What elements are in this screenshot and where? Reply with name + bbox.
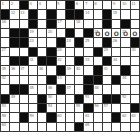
black-cell [94, 66, 102, 74]
white-cell[interactable]: 30 [131, 48, 139, 56]
white-cell[interactable] [84, 20, 92, 28]
black-cell [112, 76, 120, 84]
black-cell [47, 20, 55, 28]
white-cell[interactable] [112, 20, 120, 28]
black-cell [121, 66, 129, 74]
white-cell[interactable]: 29 [103, 48, 111, 56]
white-cell[interactable] [131, 20, 139, 28]
clue-number: 18 [76, 19, 80, 24]
white-cell[interactable]: O [112, 29, 120, 37]
white-cell[interactable]: 26 [112, 38, 120, 46]
white-cell[interactable] [10, 20, 18, 28]
clue-number: 9 [113, 1, 115, 6]
white-cell[interactable]: 9 [112, 1, 120, 9]
white-cell[interactable]: 24 [66, 38, 74, 46]
black-cell [38, 95, 46, 103]
white-cell[interactable] [29, 95, 37, 103]
black-cell [103, 10, 111, 18]
white-cell[interactable] [29, 123, 37, 131]
white-cell[interactable]: 18 [75, 20, 83, 28]
white-cell[interactable]: 1 [1, 1, 9, 9]
clue-number: 31 [29, 57, 33, 62]
white-cell[interactable] [38, 113, 46, 121]
white-cell[interactable]: O [131, 29, 139, 37]
white-cell[interactable] [10, 113, 18, 121]
white-cell[interactable]: 47 [66, 85, 74, 93]
black-cell [57, 66, 65, 74]
white-cell[interactable] [131, 123, 139, 131]
black-cell [20, 38, 28, 46]
clue-number: 29 [103, 47, 107, 52]
clue-number: 19 [29, 29, 33, 34]
white-cell[interactable] [38, 76, 46, 84]
white-cell[interactable]: 28 [57, 48, 65, 56]
clue-number: 4 [39, 1, 41, 6]
clue-number: 54 [48, 103, 52, 108]
white-cell[interactable] [38, 123, 46, 131]
clue-number: 63 [131, 113, 135, 118]
clue-number: 6 [76, 1, 78, 6]
white-cell[interactable]: 31 [29, 57, 37, 65]
black-cell [47, 57, 55, 65]
clue-number: 65 [85, 122, 89, 127]
clue-number: 51 [85, 94, 89, 99]
white-cell[interactable]: 44 [121, 76, 129, 84]
black-cell [84, 104, 92, 112]
white-cell[interactable] [38, 48, 46, 56]
clue-number: 11 [131, 1, 135, 6]
black-cell [20, 29, 28, 37]
white-cell[interactable]: 35 [1, 66, 9, 74]
clue-number: 23 [29, 38, 33, 43]
white-cell[interactable] [20, 123, 28, 131]
white-cell[interactable] [94, 95, 102, 103]
black-cell [103, 95, 111, 103]
white-cell[interactable] [1, 85, 9, 93]
white-cell[interactable] [66, 20, 74, 28]
filled-letter: O [121, 30, 129, 37]
white-cell[interactable]: 27 [1, 48, 9, 56]
white-cell[interactable]: 53 [1, 104, 9, 112]
clue-number: 62 [122, 113, 126, 118]
white-cell[interactable]: 6 [75, 1, 83, 9]
clue-number: 53 [2, 103, 6, 108]
white-cell[interactable]: 23 [29, 38, 37, 46]
black-cell [75, 123, 83, 131]
clue-number: 24 [66, 38, 70, 43]
black-cell [84, 29, 92, 37]
clue-number: 46 [48, 85, 52, 90]
white-cell[interactable] [47, 38, 55, 46]
white-cell[interactable] [121, 85, 129, 93]
white-cell[interactable] [131, 85, 139, 93]
white-cell[interactable] [94, 20, 102, 28]
white-cell[interactable]: 61 [84, 113, 92, 121]
clue-number: 59 [29, 113, 33, 118]
white-cell[interactable] [84, 48, 92, 56]
filled-letter: O [131, 30, 139, 37]
clue-number: 43 [57, 75, 61, 80]
black-cell [57, 85, 65, 93]
white-cell[interactable] [57, 29, 65, 37]
black-cell [131, 38, 139, 46]
clue-number: 17 [57, 19, 61, 24]
white-cell[interactable]: 37 [20, 66, 28, 74]
white-cell[interactable]: 60 [57, 113, 65, 121]
clue-number: 37 [20, 66, 24, 71]
white-cell[interactable]: 46 [47, 85, 55, 93]
black-cell [20, 85, 28, 93]
black-cell [84, 85, 92, 93]
clue-number: 26 [113, 38, 117, 43]
clue-number: 36 [11, 66, 15, 71]
white-cell[interactable]: 5 [57, 1, 65, 9]
clue-number: 58 [2, 113, 6, 118]
filled-letter: O [94, 30, 102, 37]
clue-number: 12 [11, 10, 15, 15]
white-cell[interactable] [10, 123, 18, 131]
white-cell[interactable]: 17 [57, 20, 65, 28]
black-cell [75, 10, 83, 18]
clue-number: 39 [66, 66, 70, 71]
white-cell[interactable] [38, 85, 46, 93]
black-cell [112, 95, 120, 103]
white-cell[interactable] [66, 57, 74, 65]
white-cell[interactable]: 42 [1, 76, 9, 84]
black-cell [66, 1, 74, 9]
white-cell[interactable] [94, 123, 102, 131]
clue-number: 47 [66, 85, 70, 90]
clue-number: 8 [94, 1, 96, 6]
white-cell[interactable]: 3 [29, 1, 37, 9]
white-cell[interactable] [20, 95, 28, 103]
black-cell [29, 48, 37, 56]
white-cell[interactable] [112, 85, 120, 93]
white-cell[interactable] [66, 48, 74, 56]
black-cell [29, 20, 37, 28]
white-cell[interactable] [66, 123, 74, 131]
white-cell[interactable]: 2 [10, 1, 18, 9]
white-cell[interactable] [1, 29, 9, 37]
white-cell[interactable]: 48 [94, 85, 102, 93]
white-cell[interactable] [94, 10, 102, 18]
white-cell[interactable]: 16 [1, 20, 9, 28]
white-cell[interactable]: 11 [131, 1, 139, 9]
clue-number: 40 [76, 66, 80, 71]
white-cell[interactable] [29, 66, 37, 74]
white-cell[interactable]: 22O [121, 29, 129, 37]
white-cell[interactable] [10, 76, 18, 84]
white-cell[interactable] [66, 76, 74, 84]
white-cell[interactable]: 54 [47, 104, 55, 112]
white-cell[interactable]: 10 [121, 1, 129, 9]
white-cell[interactable] [94, 57, 102, 65]
clue-number: 20 [48, 29, 52, 34]
white-cell[interactable]: 20 [47, 29, 55, 37]
clue-number: 5 [57, 1, 59, 6]
white-cell[interactable] [10, 48, 18, 56]
white-cell[interactable] [75, 29, 83, 37]
clue-number: 57 [103, 103, 107, 108]
clue-number: 32 [57, 57, 61, 62]
clue-number: 60 [57, 113, 61, 118]
white-cell[interactable] [131, 76, 139, 84]
white-cell[interactable]: 55 [75, 104, 83, 112]
white-cell[interactable] [94, 113, 102, 121]
black-cell [10, 38, 18, 46]
filled-letter: O [112, 30, 120, 37]
white-cell[interactable]: 52 [121, 95, 129, 103]
white-cell[interactable] [47, 66, 55, 74]
black-cell [94, 48, 102, 56]
clue-number: 56 [94, 103, 98, 108]
clue-number: 2 [11, 1, 13, 6]
clue-number: 55 [76, 103, 80, 108]
black-cell [10, 29, 18, 37]
white-cell[interactable] [121, 48, 129, 56]
clue-number: 14 [85, 10, 89, 15]
white-cell[interactable] [20, 76, 28, 84]
white-cell[interactable] [121, 104, 129, 112]
white-cell[interactable]: 56 [94, 104, 102, 112]
white-cell[interactable] [103, 85, 111, 93]
black-cell [47, 113, 55, 121]
white-cell[interactable]: 59 [29, 113, 37, 121]
clue-number: 45 [29, 85, 33, 90]
black-cell [66, 29, 74, 37]
white-cell[interactable] [131, 57, 139, 65]
black-cell [131, 104, 139, 112]
black-cell [47, 48, 55, 56]
white-cell[interactable] [20, 48, 28, 56]
clue-number: 34 [113, 57, 117, 62]
white-cell[interactable] [131, 66, 139, 74]
white-cell[interactable]: 63 [131, 113, 139, 121]
clue-number: 7 [85, 1, 87, 6]
white-cell[interactable] [103, 1, 111, 9]
white-cell[interactable] [103, 113, 111, 121]
black-cell [75, 57, 83, 65]
white-cell[interactable]: 15 [112, 10, 120, 18]
clue-number: 52 [122, 94, 126, 99]
filled-letter: O [103, 30, 111, 37]
black-cell [94, 76, 102, 84]
black-cell [103, 57, 111, 65]
crossword-grid: 123456789101112131415161718192021OOO22OO… [0, 0, 140, 132]
white-cell[interactable]: 14 [84, 10, 92, 18]
white-cell[interactable] [112, 66, 120, 74]
white-cell[interactable] [75, 113, 83, 121]
white-cell[interactable]: 34 [112, 57, 120, 65]
white-cell[interactable] [29, 76, 37, 84]
white-cell[interactable]: 25 [84, 38, 92, 46]
white-cell[interactable]: 40 [75, 66, 83, 74]
clue-number: 50 [48, 94, 52, 99]
white-cell[interactable]: 58 [1, 113, 9, 121]
white-cell[interactable] [121, 123, 129, 131]
black-cell [121, 20, 129, 28]
clue-number: 42 [2, 75, 6, 80]
clue-number: 25 [85, 38, 89, 43]
black-cell [20, 113, 28, 121]
white-cell[interactable] [112, 48, 120, 56]
clue-number: 33 [85, 57, 89, 62]
white-cell[interactable]: 4 [38, 1, 46, 9]
white-cell[interactable] [121, 38, 129, 46]
white-cell[interactable]: 7 [84, 1, 92, 9]
white-cell[interactable]: 50 [47, 95, 55, 103]
white-cell[interactable] [131, 95, 139, 103]
black-cell [112, 113, 120, 121]
white-cell[interactable] [103, 123, 111, 131]
black-cell [1, 10, 9, 18]
clue-number: 10 [122, 1, 126, 6]
white-cell[interactable]: 62 [121, 113, 129, 121]
black-cell [10, 57, 18, 65]
white-cell[interactable] [75, 48, 83, 56]
white-cell[interactable] [47, 123, 55, 131]
white-cell[interactable] [57, 10, 65, 18]
white-cell[interactable]: 38 [38, 66, 46, 74]
black-cell [103, 20, 111, 28]
clue-number: 15 [113, 10, 117, 15]
black-cell [29, 10, 37, 18]
black-cell [84, 76, 92, 84]
white-cell[interactable] [121, 10, 129, 18]
white-cell[interactable]: 43 [57, 76, 65, 84]
clue-number: 16 [2, 19, 6, 24]
white-cell[interactable] [38, 20, 46, 28]
white-cell[interactable] [57, 95, 65, 103]
clue-number: 3 [29, 1, 31, 6]
white-cell[interactable]: 21O [94, 29, 102, 37]
white-cell[interactable]: 41 [103, 66, 111, 74]
white-cell[interactable] [20, 104, 28, 112]
white-cell[interactable] [84, 66, 92, 74]
white-cell[interactable] [57, 104, 65, 112]
black-cell [47, 10, 55, 18]
white-cell[interactable] [29, 104, 37, 112]
white-cell[interactable] [66, 95, 74, 103]
white-cell[interactable]: 57 [103, 104, 111, 112]
white-cell[interactable]: 49 [10, 95, 18, 103]
clue-number: 35 [2, 66, 6, 71]
white-cell[interactable]: 45 [29, 85, 37, 93]
black-cell [103, 38, 111, 46]
white-cell[interactable]: 13 [20, 10, 28, 18]
white-cell[interactable]: 8 [94, 1, 102, 9]
black-cell [66, 10, 74, 18]
black-cell [47, 76, 55, 84]
white-cell[interactable] [1, 57, 9, 65]
white-cell[interactable] [131, 10, 139, 18]
clue-number: 44 [122, 75, 126, 80]
white-cell[interactable] [75, 76, 83, 84]
white-cell[interactable]: O [103, 29, 111, 37]
white-cell[interactable] [112, 104, 120, 112]
white-cell[interactable] [112, 123, 120, 131]
clue-number: 1 [2, 1, 4, 6]
white-cell[interactable] [38, 38, 46, 46]
white-cell[interactable] [38, 29, 46, 37]
clue-number: 38 [39, 66, 43, 71]
clue-number: 61 [85, 113, 89, 118]
black-cell [75, 95, 83, 103]
black-cell [10, 85, 18, 93]
clue-number: 48 [94, 85, 98, 90]
black-cell [20, 57, 28, 65]
clue-number: 41 [103, 66, 107, 71]
black-cell [20, 1, 28, 9]
white-cell[interactable]: 65 [84, 123, 92, 131]
black-cell [57, 38, 65, 46]
white-cell[interactable]: 32 [57, 57, 65, 65]
white-cell[interactable]: 12 [10, 10, 18, 18]
white-cell[interactable] [103, 76, 111, 84]
white-cell[interactable] [57, 123, 65, 131]
white-cell[interactable]: 36 [10, 66, 18, 74]
black-cell [75, 38, 83, 46]
clue-number: 13 [20, 10, 24, 15]
crossword-puzzle: 123456789101112131415161718192021OOO22OO… [0, 0, 140, 132]
white-cell[interactable]: 19 [29, 29, 37, 37]
white-cell[interactable] [10, 104, 18, 112]
clue-number: 27 [2, 47, 6, 52]
white-cell[interactable]: 51 [84, 95, 92, 103]
white-cell[interactable] [20, 20, 28, 28]
clue-number: 28 [57, 47, 61, 52]
white-cell[interactable] [1, 38, 9, 46]
white-cell[interactable] [66, 104, 74, 112]
clue-number: 49 [11, 94, 15, 99]
black-cell [38, 104, 46, 112]
white-cell[interactable]: 33 [84, 57, 92, 65]
black-cell [1, 95, 9, 103]
white-cell[interactable]: 64 [1, 123, 9, 131]
black-cell [38, 57, 46, 65]
white-cell[interactable] [38, 10, 46, 18]
white-cell[interactable] [94, 38, 102, 46]
white-cell[interactable] [47, 1, 55, 9]
white-cell[interactable] [121, 57, 129, 65]
white-cell[interactable] [75, 85, 83, 93]
white-cell[interactable]: 39 [66, 66, 74, 74]
white-cell[interactable] [66, 113, 74, 121]
clue-number: 30 [131, 47, 135, 52]
clue-number: 64 [2, 122, 6, 127]
